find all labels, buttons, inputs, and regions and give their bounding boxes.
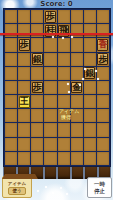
board-cell-r4c4[interactable]	[44, 53, 56, 66]
board-cell-r3c1[interactable]	[5, 38, 17, 51]
board-cell-r7c3[interactable]	[31, 95, 43, 108]
sparkle-particle	[67, 83, 69, 85]
floating-item-text-line2: 獲得	[61, 115, 79, 120]
board-cell-r10c8[interactable]	[97, 138, 109, 151]
board-cell-r3c7[interactable]	[84, 38, 96, 51]
board-cell-r6c2[interactable]	[18, 81, 30, 94]
board-cell-r2c7[interactable]	[84, 24, 96, 37]
board-cell-r8c3[interactable]	[31, 109, 43, 122]
board-cell-r7c7[interactable]	[84, 95, 96, 108]
board-cell-r9c3[interactable]	[31, 123, 43, 136]
board-cell-r7c2[interactable]: 王	[18, 95, 30, 108]
sparkle-particle	[37, 190, 39, 192]
board-cell-r5c5[interactable]	[58, 67, 70, 80]
board-cell-r10c6[interactable]	[71, 138, 83, 151]
sparkle-particle	[95, 70, 97, 72]
board-cell-r3c4[interactable]	[44, 38, 56, 51]
board-cell-r1c6[interactable]	[71, 10, 83, 23]
board-cell-r9c6[interactable]	[71, 123, 83, 136]
board-cell-r8c8[interactable]	[97, 109, 109, 122]
board-cell-r2c5[interactable]: 飛	[58, 24, 70, 37]
board-cell-r4c2[interactable]	[18, 53, 30, 66]
board-cell-r7c1[interactable]	[5, 95, 17, 108]
board-cell-r4c3[interactable]: 銀	[31, 53, 43, 66]
sparkle-particle	[82, 78, 84, 80]
piece-香[interactable]: 香	[97, 39, 108, 51]
board-cell-r4c8[interactable]: 歩	[97, 53, 109, 66]
sparkle-particle	[60, 187, 62, 189]
deadline-line	[0, 33, 113, 35]
board-cell-r1c7[interactable]	[84, 10, 96, 23]
board-cell-r5c1[interactable]	[5, 67, 17, 80]
board-cell-r9c4[interactable]	[44, 123, 56, 136]
board-cell-r10c2[interactable]	[18, 138, 30, 151]
board-cell-r6c7[interactable]	[84, 81, 96, 94]
board-cell-r4c6[interactable]	[71, 53, 83, 66]
board-cell-r4c7[interactable]	[84, 53, 96, 66]
sparkle-particle	[62, 37, 64, 39]
board-frame: 歩桂飛歩香銀歩銀歩金王	[3, 8, 111, 167]
board-cell-r8c2[interactable]	[18, 109, 30, 122]
board-cell-r8c1[interactable]	[5, 109, 17, 122]
board-cell-r9c7[interactable]	[84, 123, 96, 136]
board-cell-r11c6[interactable]	[71, 152, 83, 165]
board-cell-r8c7[interactable]	[84, 109, 96, 122]
board-cell-r3c3[interactable]	[31, 38, 43, 51]
pause-button[interactable]: 一時 停止	[87, 177, 112, 198]
board-cell-r7c8[interactable]	[97, 95, 109, 108]
item-use-label: 使う	[8, 187, 26, 195]
board-cell-r1c2[interactable]	[18, 10, 30, 23]
sparkle-particle	[52, 192, 54, 194]
item-button[interactable]: アイテム 使う	[2, 176, 32, 198]
board-cell-r4c1[interactable]	[5, 53, 17, 66]
board-cell-r7c4[interactable]	[44, 95, 56, 108]
board-cell-r3c8[interactable]: 香	[97, 38, 109, 51]
sparkle-particle	[71, 36, 73, 38]
board-cell-r11c8[interactable]	[97, 152, 109, 165]
board-cell-r2c1[interactable]	[5, 24, 17, 37]
board-cell-r9c8[interactable]	[97, 123, 109, 136]
pause-button-label-line1: 一時	[94, 181, 105, 188]
board-cell-r6c8[interactable]	[97, 81, 109, 94]
board-cell-r11c5[interactable]	[58, 152, 70, 165]
piece-歩[interactable]: 歩	[97, 53, 108, 65]
board-cell-r10c7[interactable]	[84, 138, 96, 151]
sparkle-particle	[52, 36, 54, 38]
board-cell-r10c1[interactable]	[5, 138, 17, 151]
board-cell-r2c8[interactable]	[97, 24, 109, 37]
board-cell-r9c2[interactable]	[18, 123, 30, 136]
board-cell-r1c1[interactable]	[5, 10, 17, 23]
board-cell-r5c4[interactable]	[44, 67, 56, 80]
board-cell-r3c6[interactable]	[71, 38, 83, 51]
board-cell-r8c4[interactable]	[44, 109, 56, 122]
board-cell-r2c3[interactable]	[31, 24, 43, 37]
board-cell-r3c2[interactable]: 歩	[18, 38, 30, 51]
board-cell-r1c8[interactable]	[97, 10, 109, 23]
board-cell-r7c6[interactable]	[71, 95, 83, 108]
board-cell-r6c1[interactable]	[5, 81, 17, 94]
pause-button-label-line2: 停止	[94, 188, 105, 195]
board-cell-r9c1[interactable]	[5, 123, 17, 136]
board-cell-r5c3[interactable]	[31, 67, 43, 80]
sparkle-particle	[66, 193, 68, 195]
piece-歩[interactable]: 歩	[32, 82, 43, 94]
board-cell-r4c5[interactable]	[58, 53, 70, 66]
sparkle-particle	[68, 91, 70, 93]
piece-king[interactable]: 王	[19, 96, 30, 108]
game-screen: Score: 0 歩桂飛歩香銀歩銀歩金王 アイテム 獲得 アイテム 使う 一時 …	[0, 0, 113, 200]
board-cell-r11c1[interactable]	[5, 152, 17, 165]
board-cell-r11c4[interactable]	[44, 152, 56, 165]
sparkle-particle	[45, 186, 47, 188]
sparkle-particle	[79, 84, 81, 86]
board-cell-r6c3[interactable]: 歩	[31, 81, 43, 94]
shop-roof-icon	[2, 174, 38, 179]
board-cell-r11c2[interactable]	[18, 152, 30, 165]
board-cell-r6c4[interactable]	[44, 81, 56, 94]
board-cell-r10c3[interactable]	[31, 138, 43, 151]
piece-歩[interactable]: 歩	[19, 39, 30, 51]
board-cell-r1c5[interactable]	[58, 10, 70, 23]
sparkle-particle	[97, 78, 99, 80]
board-leg	[72, 167, 84, 179]
piece-歩[interactable]: 歩	[45, 11, 56, 23]
board-cell-r2c4[interactable]: 桂	[44, 24, 56, 37]
board-cell-r1c3[interactable]	[31, 10, 43, 23]
board-cell-r5c2[interactable]	[18, 67, 30, 80]
board-cell-r11c3[interactable]	[31, 152, 43, 165]
board-cell-r11c7[interactable]	[84, 152, 96, 165]
floating-item-text: アイテム 獲得	[59, 109, 79, 120]
item-button-label: アイテム	[3, 181, 31, 186]
board-cell-r2c2[interactable]	[18, 24, 30, 37]
board-leg	[58, 167, 70, 179]
board-cell-r9c5[interactable]	[58, 123, 70, 136]
board-cell-r10c4[interactable]	[44, 138, 56, 151]
board-cell-r6c6[interactable]: 金	[71, 81, 83, 94]
board-cell-r1c4[interactable]: 歩	[44, 10, 56, 23]
board-cell-r5c6[interactable]	[71, 67, 83, 80]
board-cell-r7c5[interactable]	[58, 95, 70, 108]
sparkle-particle	[84, 68, 86, 70]
board-cell-r10c5[interactable]	[58, 138, 70, 151]
board-leg	[45, 167, 57, 179]
piece-銀[interactable]: 銀	[32, 53, 43, 65]
board-cell-r3c5[interactable]	[58, 38, 70, 51]
